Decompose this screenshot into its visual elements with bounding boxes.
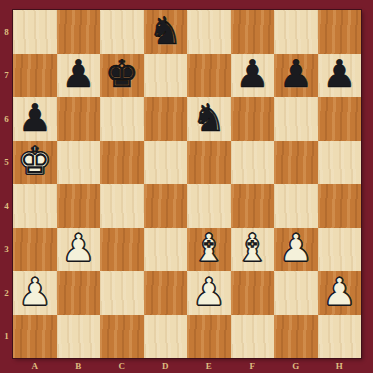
square-e8[interactable] xyxy=(187,10,231,54)
piece-white-pawn-h2[interactable]: ♟ xyxy=(322,273,356,311)
square-g6[interactable] xyxy=(274,97,318,141)
square-c6[interactable] xyxy=(100,97,144,141)
square-e3[interactable]: ♝ xyxy=(187,228,231,272)
square-e4[interactable] xyxy=(187,184,231,228)
rank-label-6: 6 xyxy=(0,97,13,141)
piece-white-pawn-g3[interactable]: ♟ xyxy=(279,229,313,267)
square-a6[interactable]: ♟ xyxy=(13,97,57,141)
file-labels: ABCDEFGH xyxy=(13,358,361,373)
square-a8[interactable] xyxy=(13,10,57,54)
square-e7[interactable] xyxy=(187,54,231,98)
file-label-c: C xyxy=(100,358,144,373)
piece-black-king-c7[interactable]: ♚ xyxy=(105,55,139,93)
file-label-b: B xyxy=(57,358,101,373)
chess-board-frame: 87654321 ♞♟♚♟♟♟♟♞♚♟♝♝♟♟♟♟ ABCDEFGH xyxy=(0,0,373,373)
square-g8[interactable] xyxy=(274,10,318,54)
piece-black-pawn-a6[interactable]: ♟ xyxy=(18,99,52,137)
piece-white-pawn-a2[interactable]: ♟ xyxy=(18,273,52,311)
square-a5[interactable]: ♚ xyxy=(13,141,57,185)
square-a1[interactable] xyxy=(13,315,57,359)
square-c1[interactable] xyxy=(100,315,144,359)
square-f4[interactable] xyxy=(231,184,275,228)
piece-black-pawn-h7[interactable]: ♟ xyxy=(322,55,356,93)
piece-white-bishop-e3[interactable]: ♝ xyxy=(192,229,226,267)
square-b1[interactable] xyxy=(57,315,101,359)
square-e2[interactable]: ♟ xyxy=(187,271,231,315)
square-h1[interactable] xyxy=(318,315,362,359)
rank-label-5: 5 xyxy=(0,141,13,185)
square-b8[interactable] xyxy=(57,10,101,54)
square-c2[interactable] xyxy=(100,271,144,315)
file-label-f: F xyxy=(231,358,275,373)
square-e1[interactable] xyxy=(187,315,231,359)
rank-label-1: 1 xyxy=(0,315,13,359)
chess-board: ♞♟♚♟♟♟♟♞♚♟♝♝♟♟♟♟ xyxy=(13,10,361,358)
square-b5[interactable] xyxy=(57,141,101,185)
square-h6[interactable] xyxy=(318,97,362,141)
square-f8[interactable] xyxy=(231,10,275,54)
square-d4[interactable] xyxy=(144,184,188,228)
rank-label-7: 7 xyxy=(0,54,13,98)
square-g5[interactable] xyxy=(274,141,318,185)
rank-label-4: 4 xyxy=(0,184,13,228)
rank-labels: 87654321 xyxy=(0,10,13,358)
square-g7[interactable]: ♟ xyxy=(274,54,318,98)
square-c3[interactable] xyxy=(100,228,144,272)
square-a2[interactable]: ♟ xyxy=(13,271,57,315)
square-g3[interactable]: ♟ xyxy=(274,228,318,272)
file-label-d: D xyxy=(144,358,188,373)
square-h3[interactable] xyxy=(318,228,362,272)
piece-black-pawn-b7[interactable]: ♟ xyxy=(61,55,95,93)
file-label-h: H xyxy=(318,358,362,373)
square-h5[interactable] xyxy=(318,141,362,185)
square-g1[interactable] xyxy=(274,315,318,359)
square-b2[interactable] xyxy=(57,271,101,315)
square-d8[interactable]: ♞ xyxy=(144,10,188,54)
square-h8[interactable] xyxy=(318,10,362,54)
square-h4[interactable] xyxy=(318,184,362,228)
square-d6[interactable] xyxy=(144,97,188,141)
rank-label-2: 2 xyxy=(0,271,13,315)
square-c8[interactable] xyxy=(100,10,144,54)
square-c4[interactable] xyxy=(100,184,144,228)
square-f7[interactable]: ♟ xyxy=(231,54,275,98)
piece-white-bishop-f3[interactable]: ♝ xyxy=(235,229,269,267)
rank-label-8: 8 xyxy=(0,10,13,54)
square-d3[interactable] xyxy=(144,228,188,272)
square-d7[interactable] xyxy=(144,54,188,98)
piece-white-pawn-e2[interactable]: ♟ xyxy=(192,273,226,311)
piece-black-pawn-f7[interactable]: ♟ xyxy=(235,55,269,93)
square-b7[interactable]: ♟ xyxy=(57,54,101,98)
square-d5[interactable] xyxy=(144,141,188,185)
file-label-e: E xyxy=(187,358,231,373)
square-d2[interactable] xyxy=(144,271,188,315)
square-e5[interactable] xyxy=(187,141,231,185)
square-f1[interactable] xyxy=(231,315,275,359)
square-a4[interactable] xyxy=(13,184,57,228)
file-label-a: A xyxy=(13,358,57,373)
square-c5[interactable] xyxy=(100,141,144,185)
file-label-g: G xyxy=(274,358,318,373)
square-f2[interactable] xyxy=(231,271,275,315)
square-e6[interactable]: ♞ xyxy=(187,97,231,141)
square-f6[interactable] xyxy=(231,97,275,141)
square-h7[interactable]: ♟ xyxy=(318,54,362,98)
piece-white-king-a5[interactable]: ♚ xyxy=(18,142,52,180)
square-d1[interactable] xyxy=(144,315,188,359)
rank-label-3: 3 xyxy=(0,228,13,272)
square-g2[interactable] xyxy=(274,271,318,315)
square-a3[interactable] xyxy=(13,228,57,272)
square-b3[interactable]: ♟ xyxy=(57,228,101,272)
square-b4[interactable] xyxy=(57,184,101,228)
square-c7[interactable]: ♚ xyxy=(100,54,144,98)
square-h2[interactable]: ♟ xyxy=(318,271,362,315)
piece-black-pawn-g7[interactable]: ♟ xyxy=(279,55,313,93)
piece-black-knight-d8[interactable]: ♞ xyxy=(148,12,182,50)
piece-black-knight-e6[interactable]: ♞ xyxy=(192,99,226,137)
square-f3[interactable]: ♝ xyxy=(231,228,275,272)
square-g4[interactable] xyxy=(274,184,318,228)
piece-white-pawn-b3[interactable]: ♟ xyxy=(61,229,95,267)
square-b6[interactable] xyxy=(57,97,101,141)
square-a7[interactable] xyxy=(13,54,57,98)
square-f5[interactable] xyxy=(231,141,275,185)
